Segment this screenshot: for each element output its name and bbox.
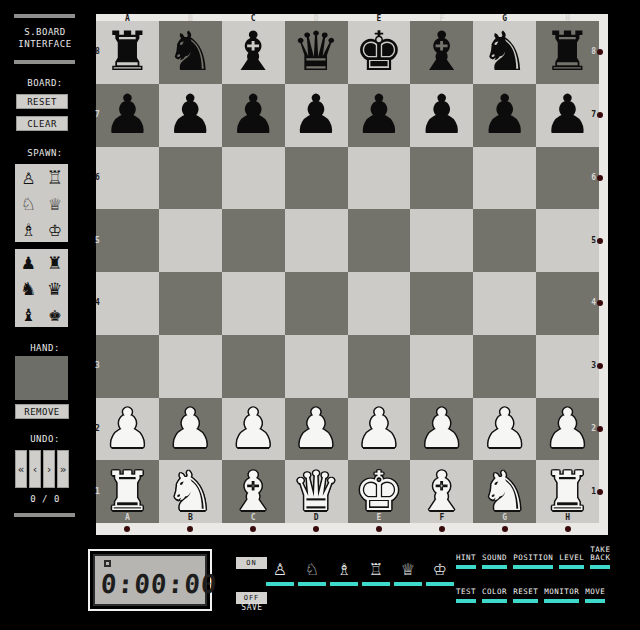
test-button[interactable]: TEST xyxy=(456,588,476,603)
file-label-bottom: B xyxy=(188,514,193,522)
reset-button[interactable]: RESET xyxy=(513,588,538,603)
file-label-top: H xyxy=(565,15,570,23)
square-f1[interactable]: ♝F xyxy=(410,460,473,523)
square-h6[interactable]: 6 xyxy=(536,147,599,210)
spawn-white-pawn-button[interactable]: ♙ xyxy=(15,164,42,190)
rank-led xyxy=(597,300,603,306)
square-g2[interactable]: ♟ xyxy=(473,398,536,461)
square-e4[interactable] xyxy=(348,272,411,335)
undo-all-button[interactable]: « xyxy=(15,450,27,488)
button-label: TAKE BACK xyxy=(590,546,610,562)
square-f6[interactable] xyxy=(410,147,473,210)
monitor-button[interactable]: MONITOR xyxy=(544,588,579,603)
file-led xyxy=(565,526,571,532)
file-label-bottom: E xyxy=(377,514,382,522)
clock-on-button[interactable]: ON xyxy=(236,557,267,569)
white-pawn-piece: ♟ xyxy=(418,402,466,456)
black-pawn-piece: ♟ xyxy=(166,88,214,142)
square-f8[interactable]: ♝F xyxy=(410,21,473,84)
rank-label-right: 2 xyxy=(591,425,596,433)
accent-underline xyxy=(330,582,358,586)
square-a1[interactable]: ♜A1 xyxy=(96,460,159,523)
square-a6[interactable]: 6 xyxy=(96,147,159,210)
clock-flag-icon xyxy=(104,560,111,567)
white-pawn-piece: ♟ xyxy=(480,402,528,456)
color-button[interactable]: COLOR xyxy=(482,588,507,603)
square-b3[interactable] xyxy=(159,335,222,398)
black-pawn-piece: ♟ xyxy=(480,88,528,142)
white-pawn-piece: ♟ xyxy=(103,402,151,456)
square-b5[interactable] xyxy=(159,209,222,272)
file-label-top: A xyxy=(125,15,130,23)
button-label: LEVEL xyxy=(559,554,584,562)
undo-section-label: UNDO: xyxy=(0,434,90,444)
rank-led xyxy=(597,426,603,432)
square-c2[interactable]: ♟ xyxy=(222,398,285,461)
position-button[interactable]: POSITION xyxy=(513,554,553,569)
accent-underline xyxy=(513,565,553,569)
undo-one-button[interactable]: ‹ xyxy=(29,450,41,488)
rank-led xyxy=(597,363,603,369)
square-g4[interactable] xyxy=(473,272,536,335)
square-c6[interactable] xyxy=(222,147,285,210)
button-label: RESET xyxy=(513,588,538,596)
queen-select-button[interactable]: ♕ xyxy=(394,561,422,586)
knight-select-button[interactable]: ♘ xyxy=(298,561,326,586)
file-led xyxy=(376,526,382,532)
spawn-black-king-button[interactable]: ♚ xyxy=(42,301,69,327)
white-pawn-piece: ♟ xyxy=(543,402,591,456)
file-label-top: B xyxy=(188,15,193,23)
square-c5[interactable] xyxy=(222,209,285,272)
square-g1[interactable]: ♞G xyxy=(473,460,536,523)
accent-underline xyxy=(298,582,326,586)
square-f4[interactable] xyxy=(410,272,473,335)
file-label-bottom: F xyxy=(439,514,444,522)
rank-led xyxy=(597,238,603,244)
square-a2[interactable]: ♟2 xyxy=(96,398,159,461)
square-f7[interactable]: ♟ xyxy=(410,84,473,147)
rank-label-left: 6 xyxy=(95,174,100,182)
queen-icon: ♕ xyxy=(401,561,415,579)
square-h8[interactable]: ♜H8 xyxy=(536,21,599,84)
spawn-white-rook-button[interactable]: ♖ xyxy=(42,164,69,190)
square-b1[interactable]: ♞B xyxy=(159,460,222,523)
undo-controls: «‹›» xyxy=(15,450,69,488)
spawn-black-queen-button[interactable]: ♛ xyxy=(42,275,69,301)
sboard-interface-app: S.BOARD INTERFACE BOARD: RESET CLEAR SPA… xyxy=(0,0,640,630)
spawn-white-queen-button[interactable]: ♕ xyxy=(42,190,69,216)
file-label-top: D xyxy=(314,15,319,23)
pawn-icon: ♙ xyxy=(273,561,287,579)
file-led xyxy=(124,526,130,532)
accent-underline xyxy=(482,599,507,603)
spawn-black-pieces-tray: ♟♜♞♛♝♚ xyxy=(15,249,68,327)
black-bishop-piece: ♝ xyxy=(418,25,466,79)
white-rook-piece: ♜ xyxy=(103,465,151,519)
square-e1[interactable]: ♚E xyxy=(348,460,411,523)
knight-icon: ♘ xyxy=(305,561,319,579)
square-c3[interactable] xyxy=(222,335,285,398)
square-c1[interactable]: ♝C xyxy=(222,460,285,523)
square-g5[interactable] xyxy=(473,209,536,272)
file-label-bottom: H xyxy=(565,514,570,522)
square-b7[interactable]: ♟ xyxy=(159,84,222,147)
spawn-black-rook-button[interactable]: ♜ xyxy=(42,249,69,275)
file-label-top: C xyxy=(251,15,256,23)
black-pawn-piece: ♟ xyxy=(292,88,340,142)
square-d1[interactable]: ♛D xyxy=(285,460,348,523)
square-h3[interactable]: 3 xyxy=(536,335,599,398)
white-pawn-piece: ♟ xyxy=(355,402,403,456)
square-a5[interactable]: 5 xyxy=(96,209,159,272)
rook-icon: ♖ xyxy=(369,561,383,579)
square-d7[interactable]: ♟ xyxy=(285,84,348,147)
rank-label-left: 8 xyxy=(95,48,100,56)
white-pawn-piece: ♟ xyxy=(292,402,340,456)
accent-underline xyxy=(585,599,605,603)
white-queen-piece: ♛ xyxy=(292,465,340,519)
rank-label-right: 3 xyxy=(591,362,596,370)
file-led xyxy=(250,526,256,532)
move-button[interactable]: MOVE xyxy=(585,588,605,603)
square-c7[interactable]: ♟ xyxy=(222,84,285,147)
square-b2[interactable]: ♟ xyxy=(159,398,222,461)
white-knight-piece: ♞ xyxy=(166,465,214,519)
spawn-section-label: SPAWN: xyxy=(0,148,90,158)
square-h2[interactable]: ♟2 xyxy=(536,398,599,461)
square-h1[interactable]: ♜H1 xyxy=(536,460,599,523)
app-title-line1: S.BOARD xyxy=(0,27,90,37)
spawn-white-knight-button[interactable]: ♘ xyxy=(15,190,42,216)
square-g6[interactable] xyxy=(473,147,536,210)
rook-select-button[interactable]: ♖ xyxy=(362,561,390,586)
accent-underline xyxy=(362,582,390,586)
spawn-black-pawn-button[interactable]: ♟ xyxy=(15,249,42,275)
black-knight-piece: ♞ xyxy=(166,25,214,79)
white-pawn-piece: ♟ xyxy=(166,402,214,456)
file-label-top: E xyxy=(377,15,382,23)
function-buttons-row1: HINTSOUNDPOSITIONLEVELTAKE BACK xyxy=(456,546,640,569)
square-f3[interactable] xyxy=(410,335,473,398)
file-led xyxy=(439,526,445,532)
black-pawn-piece: ♟ xyxy=(543,88,591,142)
square-e5[interactable] xyxy=(348,209,411,272)
black-king-piece: ♚ xyxy=(355,25,403,79)
remove-button[interactable]: REMOVE xyxy=(15,404,69,419)
square-a8[interactable]: ♜A8 xyxy=(96,21,159,84)
app-title-line2: INTERFACE xyxy=(0,39,90,49)
black-knight-piece: ♞ xyxy=(480,25,528,79)
rank-led xyxy=(597,175,603,181)
accent-underline xyxy=(394,582,422,586)
undo-counter: 0 / 0 xyxy=(0,494,90,504)
square-d5[interactable] xyxy=(285,209,348,272)
hint-button[interactable]: HINT xyxy=(456,554,476,569)
square-f5[interactable] xyxy=(410,209,473,272)
white-bishop-piece: ♝ xyxy=(418,465,466,519)
square-b8[interactable]: ♞B xyxy=(159,21,222,84)
square-c8[interactable]: ♝C xyxy=(222,21,285,84)
white-bishop-piece: ♝ xyxy=(229,465,277,519)
accent-underline xyxy=(559,565,584,569)
button-label: SOUND xyxy=(482,554,507,562)
rank-label-right: 6 xyxy=(591,174,596,182)
accent-underline xyxy=(513,599,538,603)
square-d4[interactable] xyxy=(285,272,348,335)
rank-label-right: 7 xyxy=(591,111,596,119)
black-pawn-piece: ♟ xyxy=(418,88,466,142)
clear-board-button[interactable]: CLEAR xyxy=(16,116,68,131)
file-label-top: G xyxy=(502,15,507,23)
rank-label-right: 4 xyxy=(591,299,596,307)
file-label-bottom: A xyxy=(125,514,130,522)
save-label: SAVE xyxy=(234,603,270,612)
piece-select-strip: ♙♘♗♖♕♔ xyxy=(266,561,454,586)
file-led xyxy=(187,526,193,532)
file-label-top: F xyxy=(439,15,444,23)
clock-lcd-panel: 0:00:00 xyxy=(93,554,207,606)
black-rook-piece: ♜ xyxy=(103,25,151,79)
square-e8[interactable]: ♚E xyxy=(348,21,411,84)
square-h7[interactable]: ♟7 xyxy=(536,84,599,147)
black-pawn-piece: ♟ xyxy=(229,88,277,142)
king-icon: ♔ xyxy=(433,561,447,579)
rank-label-right: 8 xyxy=(591,48,596,56)
file-label-bottom: G xyxy=(502,514,507,522)
spawn-white-bishop-button[interactable]: ♗ xyxy=(15,216,42,242)
button-label: COLOR xyxy=(482,588,507,596)
square-e2[interactable]: ♟ xyxy=(348,398,411,461)
black-pawn-piece: ♟ xyxy=(103,88,151,142)
rank-label-right: 1 xyxy=(591,488,596,496)
divider-bar xyxy=(14,513,75,517)
file-label-bottom: D xyxy=(314,514,319,522)
accent-underline xyxy=(544,599,579,603)
square-c4[interactable] xyxy=(222,272,285,335)
chess-clock: 0:00:00 xyxy=(88,549,212,611)
square-d2[interactable]: ♟ xyxy=(285,398,348,461)
square-a3[interactable]: 3 xyxy=(96,335,159,398)
black-rook-piece: ♜ xyxy=(543,25,591,79)
button-label: TEST xyxy=(456,588,476,596)
square-a7[interactable]: ♟7 xyxy=(96,84,159,147)
square-f2[interactable]: ♟ xyxy=(410,398,473,461)
accent-underline xyxy=(456,599,476,603)
file-led xyxy=(502,526,508,532)
rank-label-left: 7 xyxy=(95,111,100,119)
spawn-black-knight-button[interactable]: ♞ xyxy=(15,275,42,301)
bishop-icon: ♗ xyxy=(337,561,351,579)
file-label-bottom: C xyxy=(251,514,256,522)
hand-section-label: HAND: xyxy=(0,343,90,353)
square-a4[interactable]: 4 xyxy=(96,272,159,335)
pawn-select-button[interactable]: ♙ xyxy=(266,561,294,586)
rank-label-left: 5 xyxy=(95,237,100,245)
chess-board-squares: ♜A8♞B♝C♛D♚E♝F♞G♜H8♟7♟♟♟♟♟♟♟766554433♟2♟♟… xyxy=(96,21,599,523)
rank-label-right: 5 xyxy=(591,237,596,245)
accent-underline xyxy=(266,582,294,586)
redo-one-button[interactable]: › xyxy=(43,450,55,488)
clock-time-display: 0:00:00 xyxy=(100,569,212,599)
file-led xyxy=(313,526,319,532)
square-e3[interactable] xyxy=(348,335,411,398)
divider-bar xyxy=(14,60,75,64)
rank-led xyxy=(597,49,603,55)
rank-led xyxy=(597,112,603,118)
square-b6[interactable] xyxy=(159,147,222,210)
square-d3[interactable] xyxy=(285,335,348,398)
button-label: MONITOR xyxy=(544,588,579,596)
board-section-label: BOARD: xyxy=(0,78,90,88)
reset-board-button[interactable]: RESET xyxy=(16,94,68,109)
button-label: POSITION xyxy=(513,554,553,562)
square-h4[interactable]: 4 xyxy=(536,272,599,335)
square-d8[interactable]: ♛D xyxy=(285,21,348,84)
spawn-white-king-button[interactable]: ♔ xyxy=(42,216,69,242)
level-button[interactable]: LEVEL xyxy=(559,554,584,569)
king-select-button[interactable]: ♔ xyxy=(426,561,454,586)
square-g3[interactable] xyxy=(473,335,536,398)
bishop-select-button[interactable]: ♗ xyxy=(330,561,358,586)
take-back-button[interactable]: TAKE BACK xyxy=(590,546,610,569)
redo-all-button[interactable]: » xyxy=(57,450,69,488)
black-queen-piece: ♛ xyxy=(292,25,340,79)
rank-label-left: 3 xyxy=(95,362,100,370)
rank-label-left: 1 xyxy=(95,488,100,496)
chess-board: ♜A8♞B♝C♛D♚E♝F♞G♜H8♟7♟♟♟♟♟♟♟766554433♟2♟♟… xyxy=(96,14,608,535)
white-knight-piece: ♞ xyxy=(480,465,528,519)
black-bishop-piece: ♝ xyxy=(229,25,277,79)
square-e7[interactable]: ♟ xyxy=(348,84,411,147)
function-buttons-row2: TESTCOLORRESETMONITORMOVE xyxy=(456,588,640,603)
square-h5[interactable]: 5 xyxy=(536,209,599,272)
white-pawn-piece: ♟ xyxy=(229,402,277,456)
rank-label-left: 4 xyxy=(95,299,100,307)
button-label: MOVE xyxy=(585,588,605,596)
accent-underline xyxy=(482,565,507,569)
button-label: HINT xyxy=(456,554,476,562)
square-g7[interactable]: ♟ xyxy=(473,84,536,147)
white-king-piece: ♚ xyxy=(355,465,403,519)
sound-button[interactable]: SOUND xyxy=(482,554,507,569)
square-e6[interactable] xyxy=(348,147,411,210)
hand-slot[interactable] xyxy=(15,356,68,400)
rank-led xyxy=(597,489,603,495)
accent-underline xyxy=(426,582,454,586)
square-d6[interactable] xyxy=(285,147,348,210)
spawn-black-bishop-button[interactable]: ♝ xyxy=(15,301,42,327)
white-rook-piece: ♜ xyxy=(543,465,591,519)
rank-label-left: 2 xyxy=(95,425,100,433)
square-b4[interactable] xyxy=(159,272,222,335)
spawn-white-pieces-tray: ♙♖♘♕♗♔ xyxy=(15,164,68,242)
black-pawn-piece: ♟ xyxy=(355,88,403,142)
accent-underline xyxy=(456,565,476,569)
divider-bar xyxy=(14,14,75,18)
accent-underline xyxy=(590,565,610,569)
square-g8[interactable]: ♞G xyxy=(473,21,536,84)
